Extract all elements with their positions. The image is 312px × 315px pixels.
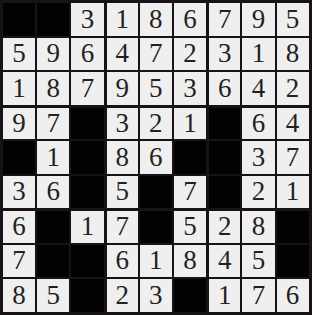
cell-r3c2[interactable]: 8 — [37, 72, 69, 105]
cell-r6c1[interactable]: 3 — [3, 176, 35, 209]
cell-r8c4[interactable]: 6 — [106, 245, 138, 278]
cell-r9c6[interactable] — [174, 279, 206, 312]
cell-r3c1[interactable]: 1 — [3, 72, 35, 105]
cell-r1c3[interactable]: 3 — [71, 3, 103, 36]
cell-r4c3[interactable] — [71, 107, 103, 140]
cell-r7c8[interactable]: 8 — [242, 210, 274, 243]
cell-r4c9[interactable]: 4 — [277, 107, 309, 140]
cell-r4c5[interactable]: 2 — [140, 107, 172, 140]
cell-r9c5[interactable]: 3 — [140, 279, 172, 312]
cell-r8c1[interactable]: 7 — [3, 245, 35, 278]
cell-r2c9[interactable]: 8 — [277, 38, 309, 71]
cell-r7c9[interactable] — [277, 210, 309, 243]
cell-r2c6[interactable]: 2 — [174, 38, 206, 71]
cell-r1c4[interactable]: 1 — [106, 3, 138, 36]
cell-r3c8[interactable]: 4 — [242, 72, 274, 105]
cell-r6c5[interactable] — [140, 176, 172, 209]
cell-r8c8[interactable]: 5 — [242, 245, 274, 278]
cell-r7c7[interactable]: 2 — [208, 210, 240, 243]
cell-r9c9[interactable]: 6 — [277, 279, 309, 312]
cell-r9c4[interactable]: 2 — [106, 279, 138, 312]
cell-r5c9[interactable]: 7 — [277, 141, 309, 174]
cell-r2c8[interactable]: 1 — [242, 38, 274, 71]
cell-r4c4[interactable]: 3 — [106, 107, 138, 140]
cell-r4c6[interactable]: 1 — [174, 107, 206, 140]
cell-r4c8[interactable]: 6 — [242, 107, 274, 140]
cell-r1c1[interactable] — [3, 3, 35, 36]
cell-r3c6[interactable]: 3 — [174, 72, 206, 105]
cell-r6c8[interactable]: 2 — [242, 176, 274, 209]
cell-r9c8[interactable]: 7 — [242, 279, 274, 312]
cell-r1c7[interactable]: 7 — [208, 3, 240, 36]
cell-r5c7[interactable] — [208, 141, 240, 174]
cell-r8c2[interactable] — [37, 245, 69, 278]
cell-r7c1[interactable]: 6 — [3, 210, 35, 243]
cell-r1c5[interactable]: 8 — [140, 3, 172, 36]
cell-r2c2[interactable]: 9 — [37, 38, 69, 71]
cell-r7c4[interactable]: 7 — [106, 210, 138, 243]
cell-r3c7[interactable]: 6 — [208, 72, 240, 105]
cell-r5c5[interactable]: 6 — [140, 141, 172, 174]
cell-r6c7[interactable] — [208, 176, 240, 209]
cell-r7c3[interactable]: 1 — [71, 210, 103, 243]
cell-r6c9[interactable]: 1 — [277, 176, 309, 209]
cell-r5c8[interactable]: 3 — [242, 141, 274, 174]
cell-r2c5[interactable]: 7 — [140, 38, 172, 71]
cell-r2c3[interactable]: 6 — [71, 38, 103, 71]
cell-r1c2[interactable] — [37, 3, 69, 36]
cell-r6c3[interactable] — [71, 176, 103, 209]
cell-r2c1[interactable]: 5 — [3, 38, 35, 71]
cell-r2c4[interactable]: 4 — [106, 38, 138, 71]
cell-r6c6[interactable]: 7 — [174, 176, 206, 209]
cell-r5c3[interactable] — [71, 141, 103, 174]
cell-r2c7[interactable]: 3 — [208, 38, 240, 71]
cell-r3c3[interactable]: 7 — [71, 72, 103, 105]
cell-r8c9[interactable] — [277, 245, 309, 278]
cell-r4c7[interactable] — [208, 107, 240, 140]
cell-r8c6[interactable]: 8 — [174, 245, 206, 278]
cell-r6c4[interactable]: 5 — [106, 176, 138, 209]
cell-r9c1[interactable]: 8 — [3, 279, 35, 312]
cell-r9c3[interactable] — [71, 279, 103, 312]
cell-r9c7[interactable]: 1 — [208, 279, 240, 312]
cell-r5c6[interactable] — [174, 141, 206, 174]
cell-r9c2[interactable]: 5 — [37, 279, 69, 312]
cell-r5c4[interactable]: 8 — [106, 141, 138, 174]
sudoku-board: 3186795596472318187953642973216418637365… — [0, 0, 312, 315]
cell-r7c5[interactable] — [140, 210, 172, 243]
cell-r8c7[interactable]: 4 — [208, 245, 240, 278]
cell-r3c9[interactable]: 2 — [277, 72, 309, 105]
cell-r1c8[interactable]: 9 — [242, 3, 274, 36]
cell-r6c2[interactable]: 6 — [37, 176, 69, 209]
cell-r7c2[interactable] — [37, 210, 69, 243]
cell-r3c5[interactable]: 5 — [140, 72, 172, 105]
cell-r7c6[interactable]: 5 — [174, 210, 206, 243]
cell-r5c1[interactable] — [3, 141, 35, 174]
cell-r8c3[interactable] — [71, 245, 103, 278]
cell-r4c2[interactable]: 7 — [37, 107, 69, 140]
cell-r8c5[interactable]: 1 — [140, 245, 172, 278]
cell-r5c2[interactable]: 1 — [37, 141, 69, 174]
cell-r4c1[interactable]: 9 — [3, 107, 35, 140]
cell-r3c4[interactable]: 9 — [106, 72, 138, 105]
cell-r1c9[interactable]: 5 — [277, 3, 309, 36]
cell-r1c6[interactable]: 6 — [174, 3, 206, 36]
